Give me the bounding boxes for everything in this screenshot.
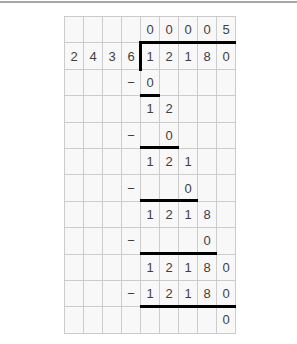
grid-cell-empty <box>103 123 122 149</box>
grid-cell-empty <box>198 123 217 149</box>
grid-cell-digit: 5 <box>217 17 236 43</box>
grid-cell-digit: 8 <box>198 202 217 228</box>
grid-cell-empty <box>217 96 236 122</box>
grid-cell-empty <box>179 123 198 149</box>
grid-cell-minus: − <box>122 70 141 96</box>
grid-cell-empty <box>65 17 84 43</box>
grid-cell-empty <box>141 228 160 254</box>
grid-cell-digit: 8 <box>198 255 217 281</box>
grid-cell-empty <box>84 70 103 96</box>
grid-cell-digit: 1 <box>179 43 198 69</box>
grid-cell-digit: 1 <box>179 255 198 281</box>
grid-cell-empty <box>65 255 84 281</box>
grid-cell-digit: 1 <box>141 281 160 307</box>
grid-cell-digit: 4 <box>84 43 103 69</box>
grid-cell-empty <box>179 70 198 96</box>
grid-cell-digit: 1 <box>141 149 160 175</box>
grid-cell-empty <box>122 202 141 228</box>
grid-cell-empty <box>65 307 84 333</box>
grid-cell-minus: − <box>122 123 141 149</box>
grid-cell-empty <box>179 228 198 254</box>
grid-cell-digit: 0 <box>179 17 198 43</box>
grid-cell-digit: 0 <box>141 70 160 96</box>
grid-cell-digit: 0 <box>179 175 198 201</box>
grid-cell-empty <box>179 307 198 333</box>
grid-cell-empty <box>217 175 236 201</box>
grid-cell-empty <box>84 17 103 43</box>
grid-cell-empty <box>141 307 160 333</box>
grid-cell-digit: 0 <box>141 17 160 43</box>
grid-cell-empty <box>84 96 103 122</box>
grid-cell-empty <box>122 96 141 122</box>
grid-cell-digit: 2 <box>160 202 179 228</box>
grid-cell-empty <box>217 228 236 254</box>
grid-cell-empty <box>84 307 103 333</box>
grid-cell-digit: 2 <box>160 96 179 122</box>
grid-cell-digit: 1 <box>141 96 160 122</box>
grid-cell-digit: 0 <box>198 228 217 254</box>
grid-cell-digit: 2 <box>160 149 179 175</box>
grid-cell-empty <box>217 70 236 96</box>
grid-cell-empty <box>65 96 84 122</box>
grid-cell-empty <box>84 228 103 254</box>
grid-cell-empty <box>103 149 122 175</box>
grid-cells: 00005243612180−012−0121−01218−012180−121… <box>64 16 236 334</box>
grid-cell-digit: 0 <box>217 281 236 307</box>
grid-cell-digit: 0 <box>160 17 179 43</box>
grid-cell-empty <box>65 228 84 254</box>
grid-cell-empty <box>198 307 217 333</box>
grid-cell-empty <box>122 255 141 281</box>
grid-cell-empty <box>103 175 122 201</box>
grid-cell-empty <box>122 149 141 175</box>
grid-cell-empty <box>65 123 84 149</box>
grid-cell-digit: 1 <box>141 43 160 69</box>
grid-cell-empty <box>65 202 84 228</box>
grid-cell-empty <box>217 149 236 175</box>
grid-cell-empty <box>103 70 122 96</box>
grid-cell-empty <box>103 96 122 122</box>
grid-cell-digit: 0 <box>217 307 236 333</box>
grid-cell-empty <box>160 175 179 201</box>
grid-cell-digit: 1 <box>179 149 198 175</box>
grid-cell-empty <box>198 70 217 96</box>
grid-cell-empty <box>84 123 103 149</box>
long-division-grid: 00005243612180−012−0121−01218−012180−121… <box>64 16 236 334</box>
grid-cell-empty <box>65 70 84 96</box>
grid-cell-empty <box>217 202 236 228</box>
grid-cell-empty <box>160 307 179 333</box>
grid-cell-digit: 0 <box>160 123 179 149</box>
grid-cell-empty <box>141 123 160 149</box>
grid-cell-empty <box>103 255 122 281</box>
grid-cell-minus: − <box>122 228 141 254</box>
grid-cell-empty <box>179 96 198 122</box>
grid-cell-empty <box>84 175 103 201</box>
worksheet-page: 00005243612180−012−0121−01218−012180−121… <box>0 0 297 344</box>
grid-cell-empty <box>65 149 84 175</box>
grid-cell-digit: 2 <box>160 281 179 307</box>
grid-cell-empty <box>103 202 122 228</box>
grid-cell-digit: 1 <box>179 281 198 307</box>
grid-cell-empty <box>103 307 122 333</box>
grid-cell-empty <box>84 149 103 175</box>
grid-cell-empty <box>198 96 217 122</box>
grid-cell-minus: − <box>122 281 141 307</box>
grid-cell-digit: 0 <box>217 43 236 69</box>
grid-cell-empty <box>65 175 84 201</box>
grid-cell-digit: 1 <box>179 202 198 228</box>
grid-cell-minus: − <box>122 175 141 201</box>
grid-cell-digit: 8 <box>198 43 217 69</box>
grid-cell-empty <box>160 70 179 96</box>
grid-cell-empty <box>84 202 103 228</box>
grid-cell-digit: 0 <box>198 17 217 43</box>
grid-cell-empty <box>160 228 179 254</box>
grid-cell-digit: 1 <box>141 202 160 228</box>
grid-cell-digit: 3 <box>103 43 122 69</box>
grid-cell-digit: 2 <box>160 43 179 69</box>
grid-cell-digit: 2 <box>65 43 84 69</box>
grid-cell-empty <box>84 281 103 307</box>
grid-cell-empty <box>103 281 122 307</box>
grid-cell-digit: 1 <box>141 255 160 281</box>
grid-cell-digit: 6 <box>122 43 141 69</box>
grid-cell-empty <box>217 123 236 149</box>
grid-cell-empty <box>141 175 160 201</box>
grid-cell-empty <box>198 149 217 175</box>
page-top-rule <box>0 1 297 3</box>
grid-cell-digit: 0 <box>217 255 236 281</box>
grid-cell-empty <box>103 228 122 254</box>
grid-cell-empty <box>198 175 217 201</box>
grid-cell-empty <box>122 17 141 43</box>
grid-cell-empty <box>103 17 122 43</box>
grid-cell-empty <box>122 307 141 333</box>
grid-cell-empty <box>84 255 103 281</box>
grid-cell-digit: 2 <box>160 255 179 281</box>
grid-cell-empty <box>65 281 84 307</box>
grid-cell-digit: 8 <box>198 281 217 307</box>
